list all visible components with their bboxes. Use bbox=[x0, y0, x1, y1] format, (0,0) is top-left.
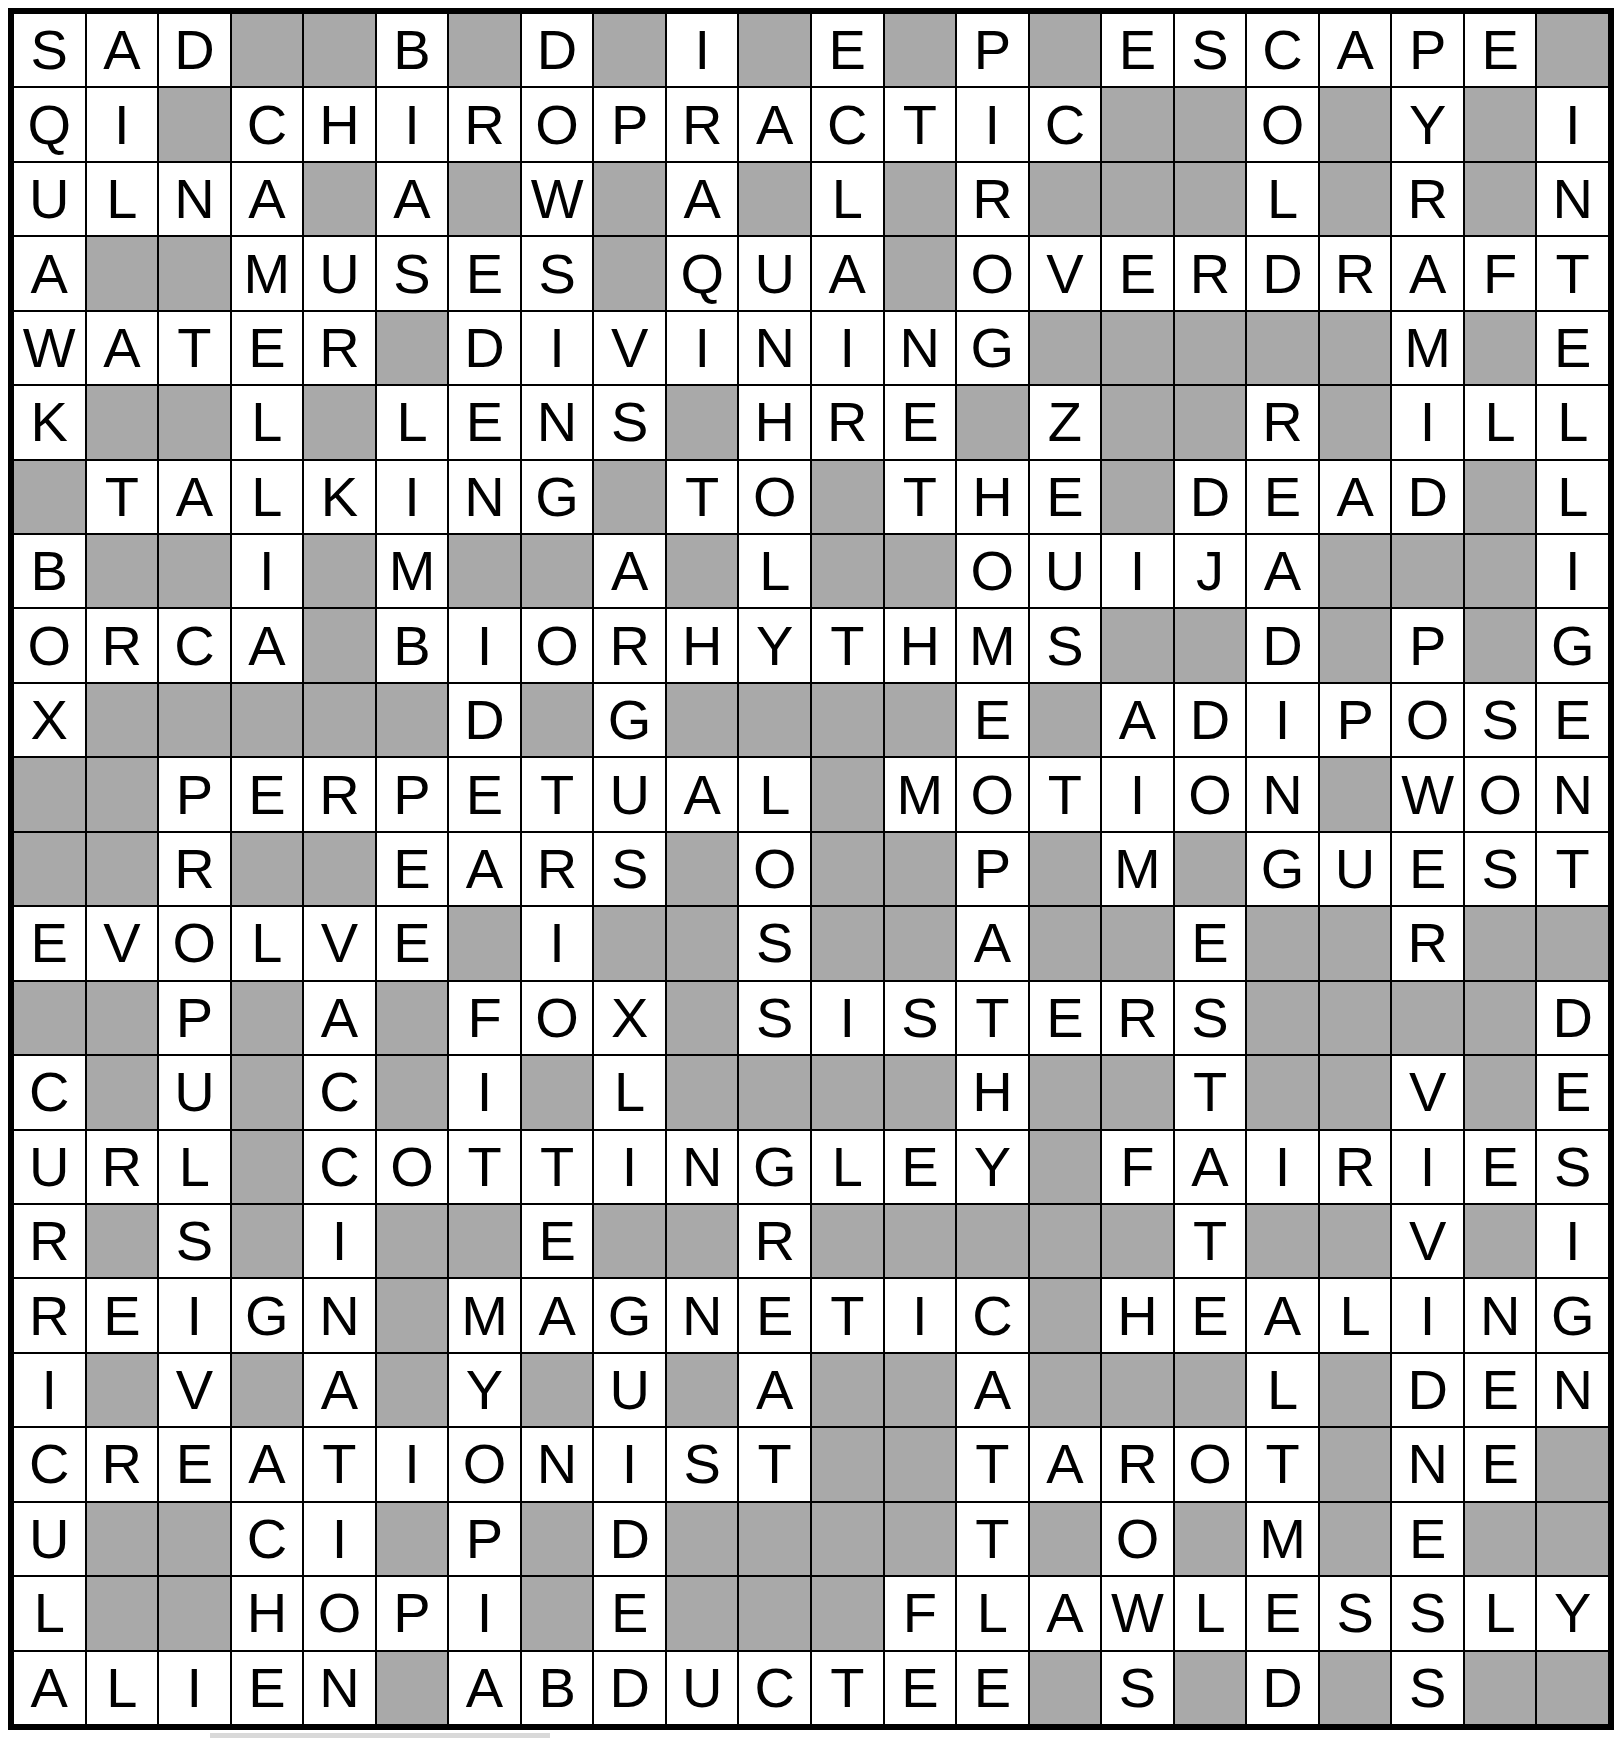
cell-r3c6[interactable]: A bbox=[377, 163, 448, 235]
cell-r13c6[interactable]: E bbox=[377, 907, 448, 979]
cell-r20c8[interactable]: N bbox=[522, 1428, 593, 1500]
cell-r8c14[interactable]: O bbox=[957, 535, 1028, 607]
cell-r6c22[interactable]: L bbox=[1537, 386, 1608, 458]
cell-r22c18[interactable]: E bbox=[1247, 1577, 1318, 1649]
cell-r5c5[interactable]: R bbox=[304, 312, 375, 384]
cell-r20c15[interactable]: A bbox=[1030, 1428, 1101, 1500]
cell-r13c11[interactable]: S bbox=[739, 907, 810, 979]
cell-r3c18[interactable]: L bbox=[1247, 163, 1318, 235]
cell-r23c8[interactable]: B bbox=[522, 1652, 593, 1724]
cell-r22c4[interactable]: H bbox=[232, 1577, 303, 1649]
cell-r1c17[interactable]: S bbox=[1175, 14, 1246, 86]
cell-r16c7[interactable]: T bbox=[449, 1131, 520, 1203]
cell-r4c15[interactable]: V bbox=[1030, 237, 1101, 309]
cell-r12c8[interactable]: R bbox=[522, 833, 593, 905]
cell-r22c22[interactable]: Y bbox=[1537, 1577, 1608, 1649]
cell-r11c16[interactable]: I bbox=[1102, 758, 1173, 830]
cell-r21c18[interactable]: M bbox=[1247, 1503, 1318, 1575]
cell-r2c11[interactable]: A bbox=[739, 88, 810, 160]
cell-r2c8[interactable]: O bbox=[522, 88, 593, 160]
cell-r16c19[interactable]: R bbox=[1320, 1131, 1391, 1203]
cell-r17c8[interactable]: E bbox=[522, 1205, 593, 1277]
cell-r7c18[interactable]: E bbox=[1247, 461, 1318, 533]
cell-r14c17[interactable]: S bbox=[1175, 982, 1246, 1054]
cell-r16c8[interactable]: T bbox=[522, 1131, 593, 1203]
cell-r11c6[interactable]: P bbox=[377, 758, 448, 830]
cell-r15c20[interactable]: V bbox=[1392, 1056, 1463, 1128]
cell-r20c18[interactable]: T bbox=[1247, 1428, 1318, 1500]
cell-r19c21[interactable]: E bbox=[1465, 1354, 1536, 1426]
cell-r20c2[interactable]: R bbox=[87, 1428, 158, 1500]
cell-r16c21[interactable]: E bbox=[1465, 1131, 1536, 1203]
cell-r2c15[interactable]: C bbox=[1030, 88, 1101, 160]
cell-r23c13[interactable]: E bbox=[885, 1652, 956, 1724]
cell-r23c14[interactable]: E bbox=[957, 1652, 1028, 1724]
cell-r11c22[interactable]: N bbox=[1537, 758, 1608, 830]
cell-r2c6[interactable]: I bbox=[377, 88, 448, 160]
cell-r1c2[interactable]: A bbox=[87, 14, 158, 86]
cell-r5c3[interactable]: T bbox=[159, 312, 230, 384]
cell-r8c15[interactable]: U bbox=[1030, 535, 1101, 607]
cell-r10c21[interactable]: S bbox=[1465, 684, 1536, 756]
cell-r16c2[interactable]: R bbox=[87, 1131, 158, 1203]
cell-r16c14[interactable]: Y bbox=[957, 1131, 1028, 1203]
cell-r20c20[interactable]: N bbox=[1392, 1428, 1463, 1500]
cell-r18c7[interactable]: M bbox=[449, 1279, 520, 1351]
cell-r9c4[interactable]: A bbox=[232, 609, 303, 681]
cell-r18c17[interactable]: E bbox=[1175, 1279, 1246, 1351]
cell-r12c6[interactable]: E bbox=[377, 833, 448, 905]
cell-r11c9[interactable]: U bbox=[594, 758, 665, 830]
cell-r10c7[interactable]: D bbox=[449, 684, 520, 756]
cell-r6c13[interactable]: E bbox=[885, 386, 956, 458]
cell-r22c19[interactable]: S bbox=[1320, 1577, 1391, 1649]
cell-r5c10[interactable]: I bbox=[667, 312, 738, 384]
cell-r6c11[interactable]: H bbox=[739, 386, 810, 458]
cell-r22c7[interactable]: I bbox=[449, 1577, 520, 1649]
cell-r5c13[interactable]: N bbox=[885, 312, 956, 384]
cell-r22c1[interactable]: L bbox=[14, 1577, 85, 1649]
cell-r2c14[interactable]: I bbox=[957, 88, 1028, 160]
cell-r15c7[interactable]: I bbox=[449, 1056, 520, 1128]
cell-r4c16[interactable]: E bbox=[1102, 237, 1173, 309]
cell-r22c13[interactable]: F bbox=[885, 1577, 956, 1649]
cell-r11c11[interactable]: L bbox=[739, 758, 810, 830]
cell-r4c18[interactable]: D bbox=[1247, 237, 1318, 309]
cell-r22c21[interactable]: L bbox=[1465, 1577, 1536, 1649]
cell-r19c5[interactable]: A bbox=[304, 1354, 375, 1426]
cell-r20c1[interactable]: C bbox=[14, 1428, 85, 1500]
cell-r14c16[interactable]: R bbox=[1102, 982, 1173, 1054]
cell-r1c18[interactable]: C bbox=[1247, 14, 1318, 86]
cell-r7c13[interactable]: T bbox=[885, 461, 956, 533]
cell-r4c1[interactable]: A bbox=[14, 237, 85, 309]
cell-r2c7[interactable]: R bbox=[449, 88, 520, 160]
cell-r2c13[interactable]: T bbox=[885, 88, 956, 160]
cell-r2c2[interactable]: I bbox=[87, 88, 158, 160]
cell-r3c12[interactable]: L bbox=[812, 163, 883, 235]
cell-r2c9[interactable]: P bbox=[594, 88, 665, 160]
cell-r20c11[interactable]: T bbox=[739, 1428, 810, 1500]
cell-r16c22[interactable]: S bbox=[1537, 1131, 1608, 1203]
cell-r18c18[interactable]: A bbox=[1247, 1279, 1318, 1351]
cell-r9c15[interactable]: S bbox=[1030, 609, 1101, 681]
cell-r6c6[interactable]: L bbox=[377, 386, 448, 458]
cell-r12c16[interactable]: M bbox=[1102, 833, 1173, 905]
cell-r4c21[interactable]: F bbox=[1465, 237, 1536, 309]
cell-r8c22[interactable]: I bbox=[1537, 535, 1608, 607]
cell-r11c14[interactable]: O bbox=[957, 758, 1028, 830]
cell-r22c16[interactable]: W bbox=[1102, 1577, 1173, 1649]
cell-r16c5[interactable]: C bbox=[304, 1131, 375, 1203]
cell-r19c7[interactable]: Y bbox=[449, 1354, 520, 1426]
cell-r4c6[interactable]: S bbox=[377, 237, 448, 309]
cell-r10c19[interactable]: P bbox=[1320, 684, 1391, 756]
cell-r7c5[interactable]: K bbox=[304, 461, 375, 533]
cell-r7c10[interactable]: T bbox=[667, 461, 738, 533]
cell-r21c4[interactable]: C bbox=[232, 1503, 303, 1575]
cell-r20c9[interactable]: I bbox=[594, 1428, 665, 1500]
cell-r5c14[interactable]: G bbox=[957, 312, 1028, 384]
cell-r1c19[interactable]: A bbox=[1320, 14, 1391, 86]
cell-r14c8[interactable]: O bbox=[522, 982, 593, 1054]
cell-r3c4[interactable]: A bbox=[232, 163, 303, 235]
cell-r15c5[interactable]: C bbox=[304, 1056, 375, 1128]
cell-r8c17[interactable]: J bbox=[1175, 535, 1246, 607]
cell-r21c16[interactable]: O bbox=[1102, 1503, 1173, 1575]
cell-r2c20[interactable]: Y bbox=[1392, 88, 1463, 160]
cell-r13c20[interactable]: R bbox=[1392, 907, 1463, 979]
cell-r9c7[interactable]: I bbox=[449, 609, 520, 681]
cell-r9c1[interactable]: O bbox=[14, 609, 85, 681]
cell-r9c18[interactable]: D bbox=[1247, 609, 1318, 681]
cell-r22c15[interactable]: A bbox=[1030, 1577, 1101, 1649]
cell-r10c22[interactable]: E bbox=[1537, 684, 1608, 756]
cell-r1c8[interactable]: D bbox=[522, 14, 593, 86]
cell-r7c15[interactable]: E bbox=[1030, 461, 1101, 533]
cell-r3c3[interactable]: N bbox=[159, 163, 230, 235]
cell-r11c18[interactable]: N bbox=[1247, 758, 1318, 830]
cell-r19c9[interactable]: U bbox=[594, 1354, 665, 1426]
cell-r18c21[interactable]: N bbox=[1465, 1279, 1536, 1351]
cell-r4c8[interactable]: S bbox=[522, 237, 593, 309]
cell-r6c18[interactable]: R bbox=[1247, 386, 1318, 458]
cell-r20c7[interactable]: O bbox=[449, 1428, 520, 1500]
cell-r17c20[interactable]: V bbox=[1392, 1205, 1463, 1277]
cell-r7c11[interactable]: O bbox=[739, 461, 810, 533]
cell-r7c20[interactable]: D bbox=[1392, 461, 1463, 533]
cell-r1c14[interactable]: P bbox=[957, 14, 1028, 86]
cell-r16c16[interactable]: F bbox=[1102, 1131, 1173, 1203]
cell-r19c1[interactable]: I bbox=[14, 1354, 85, 1426]
cell-r4c12[interactable]: A bbox=[812, 237, 883, 309]
cell-r15c9[interactable]: L bbox=[594, 1056, 665, 1128]
cell-r10c9[interactable]: G bbox=[594, 684, 665, 756]
cell-r4c10[interactable]: Q bbox=[667, 237, 738, 309]
cell-r2c4[interactable]: C bbox=[232, 88, 303, 160]
cell-r9c13[interactable]: H bbox=[885, 609, 956, 681]
cell-r8c16[interactable]: I bbox=[1102, 535, 1173, 607]
cell-r12c14[interactable]: P bbox=[957, 833, 1028, 905]
cell-r6c15[interactable]: Z bbox=[1030, 386, 1101, 458]
cell-r14c13[interactable]: S bbox=[885, 982, 956, 1054]
cell-r1c6[interactable]: B bbox=[377, 14, 448, 86]
cell-r3c14[interactable]: R bbox=[957, 163, 1028, 235]
cell-r13c8[interactable]: I bbox=[522, 907, 593, 979]
cell-r13c2[interactable]: V bbox=[87, 907, 158, 979]
cell-r11c13[interactable]: M bbox=[885, 758, 956, 830]
cell-r23c20[interactable]: S bbox=[1392, 1652, 1463, 1724]
cell-r8c1[interactable]: B bbox=[14, 535, 85, 607]
cell-r17c1[interactable]: R bbox=[14, 1205, 85, 1277]
cell-r19c11[interactable]: A bbox=[739, 1354, 810, 1426]
cell-r3c10[interactable]: A bbox=[667, 163, 738, 235]
cell-r15c3[interactable]: U bbox=[159, 1056, 230, 1128]
cell-r16c18[interactable]: I bbox=[1247, 1131, 1318, 1203]
cell-r1c12[interactable]: E bbox=[812, 14, 883, 86]
cell-r5c4[interactable]: E bbox=[232, 312, 303, 384]
cell-r10c20[interactable]: O bbox=[1392, 684, 1463, 756]
cell-r17c5[interactable]: I bbox=[304, 1205, 375, 1277]
cell-r20c3[interactable]: E bbox=[159, 1428, 230, 1500]
cell-r16c6[interactable]: O bbox=[377, 1131, 448, 1203]
cell-r18c16[interactable]: H bbox=[1102, 1279, 1173, 1351]
cell-r13c3[interactable]: O bbox=[159, 907, 230, 979]
cell-r8c6[interactable]: M bbox=[377, 535, 448, 607]
cell-r13c17[interactable]: E bbox=[1175, 907, 1246, 979]
cell-r16c9[interactable]: I bbox=[594, 1131, 665, 1203]
cell-r7c14[interactable]: H bbox=[957, 461, 1028, 533]
cell-r17c11[interactable]: R bbox=[739, 1205, 810, 1277]
cell-r15c22[interactable]: E bbox=[1537, 1056, 1608, 1128]
cell-r5c20[interactable]: M bbox=[1392, 312, 1463, 384]
cell-r11c4[interactable]: E bbox=[232, 758, 303, 830]
cell-r10c14[interactable]: E bbox=[957, 684, 1028, 756]
cell-r1c1[interactable]: S bbox=[14, 14, 85, 86]
cell-r20c14[interactable]: T bbox=[957, 1428, 1028, 1500]
cell-r18c2[interactable]: E bbox=[87, 1279, 158, 1351]
cell-r9c22[interactable]: G bbox=[1537, 609, 1608, 681]
cell-r2c22[interactable]: I bbox=[1537, 88, 1608, 160]
cell-r20c4[interactable]: A bbox=[232, 1428, 303, 1500]
cell-r14c22[interactable]: D bbox=[1537, 982, 1608, 1054]
cell-r22c17[interactable]: L bbox=[1175, 1577, 1246, 1649]
cell-r11c21[interactable]: O bbox=[1465, 758, 1536, 830]
cell-r18c4[interactable]: G bbox=[232, 1279, 303, 1351]
cell-r18c10[interactable]: N bbox=[667, 1279, 738, 1351]
cell-r8c4[interactable]: I bbox=[232, 535, 303, 607]
cell-r18c14[interactable]: C bbox=[957, 1279, 1028, 1351]
cell-r21c1[interactable]: U bbox=[14, 1503, 85, 1575]
cell-r9c12[interactable]: T bbox=[812, 609, 883, 681]
cell-r14c15[interactable]: E bbox=[1030, 982, 1101, 1054]
cell-r7c3[interactable]: A bbox=[159, 461, 230, 533]
cell-r11c15[interactable]: T bbox=[1030, 758, 1101, 830]
cell-r16c12[interactable]: L bbox=[812, 1131, 883, 1203]
cell-r11c20[interactable]: W bbox=[1392, 758, 1463, 830]
cell-r14c11[interactable]: S bbox=[739, 982, 810, 1054]
cell-r7c19[interactable]: A bbox=[1320, 461, 1391, 533]
cell-r3c8[interactable]: W bbox=[522, 163, 593, 235]
cell-r1c10[interactable]: I bbox=[667, 14, 738, 86]
cell-r23c11[interactable]: C bbox=[739, 1652, 810, 1724]
cell-r14c5[interactable]: A bbox=[304, 982, 375, 1054]
cell-r3c2[interactable]: L bbox=[87, 163, 158, 235]
cell-r12c20[interactable]: E bbox=[1392, 833, 1463, 905]
cell-r12c22[interactable]: T bbox=[1537, 833, 1608, 905]
cell-r22c6[interactable]: P bbox=[377, 1577, 448, 1649]
cell-r4c7[interactable]: E bbox=[449, 237, 520, 309]
cell-r23c2[interactable]: L bbox=[87, 1652, 158, 1724]
cell-r21c5[interactable]: I bbox=[304, 1503, 375, 1575]
cell-r22c5[interactable]: O bbox=[304, 1577, 375, 1649]
cell-r14c3[interactable]: P bbox=[159, 982, 230, 1054]
cell-r18c20[interactable]: I bbox=[1392, 1279, 1463, 1351]
cell-r5c1[interactable]: W bbox=[14, 312, 85, 384]
cell-r16c1[interactable]: U bbox=[14, 1131, 85, 1203]
cell-r5c7[interactable]: D bbox=[449, 312, 520, 384]
cell-r2c10[interactable]: R bbox=[667, 88, 738, 160]
cell-r16c13[interactable]: E bbox=[885, 1131, 956, 1203]
cell-r16c20[interactable]: I bbox=[1392, 1131, 1463, 1203]
cell-r5c2[interactable]: A bbox=[87, 312, 158, 384]
cell-r23c18[interactable]: D bbox=[1247, 1652, 1318, 1724]
cell-r18c13[interactable]: I bbox=[885, 1279, 956, 1351]
cell-r14c9[interactable]: X bbox=[594, 982, 665, 1054]
cell-r8c18[interactable]: A bbox=[1247, 535, 1318, 607]
cell-r18c22[interactable]: G bbox=[1537, 1279, 1608, 1351]
cell-r18c9[interactable]: G bbox=[594, 1279, 665, 1351]
cell-r7c8[interactable]: G bbox=[522, 461, 593, 533]
cell-r15c17[interactable]: T bbox=[1175, 1056, 1246, 1128]
cell-r5c22[interactable]: E bbox=[1537, 312, 1608, 384]
cell-r2c18[interactable]: O bbox=[1247, 88, 1318, 160]
cell-r19c20[interactable]: D bbox=[1392, 1354, 1463, 1426]
cell-r2c12[interactable]: C bbox=[812, 88, 883, 160]
cell-r10c17[interactable]: D bbox=[1175, 684, 1246, 756]
cell-r2c1[interactable]: Q bbox=[14, 88, 85, 160]
cell-r6c20[interactable]: I bbox=[1392, 386, 1463, 458]
cell-r20c21[interactable]: E bbox=[1465, 1428, 1536, 1500]
cell-r9c14[interactable]: M bbox=[957, 609, 1028, 681]
cell-r7c6[interactable]: I bbox=[377, 461, 448, 533]
cell-r4c20[interactable]: A bbox=[1392, 237, 1463, 309]
cell-r7c4[interactable]: L bbox=[232, 461, 303, 533]
cell-r21c20[interactable]: E bbox=[1392, 1503, 1463, 1575]
cell-r16c17[interactable]: A bbox=[1175, 1131, 1246, 1203]
cell-r23c5[interactable]: N bbox=[304, 1652, 375, 1724]
cell-r17c22[interactable]: I bbox=[1537, 1205, 1608, 1277]
cell-r12c18[interactable]: G bbox=[1247, 833, 1318, 905]
cell-r18c19[interactable]: L bbox=[1320, 1279, 1391, 1351]
cell-r16c10[interactable]: N bbox=[667, 1131, 738, 1203]
cell-r18c1[interactable]: R bbox=[14, 1279, 85, 1351]
cell-r9c20[interactable]: P bbox=[1392, 609, 1463, 681]
cell-r4c4[interactable]: M bbox=[232, 237, 303, 309]
cell-r14c12[interactable]: I bbox=[812, 982, 883, 1054]
cell-r23c1[interactable]: A bbox=[14, 1652, 85, 1724]
cell-r18c11[interactable]: E bbox=[739, 1279, 810, 1351]
cell-r9c2[interactable]: R bbox=[87, 609, 158, 681]
cell-r11c17[interactable]: O bbox=[1175, 758, 1246, 830]
cell-r7c22[interactable]: L bbox=[1537, 461, 1608, 533]
cell-r15c1[interactable]: C bbox=[14, 1056, 85, 1128]
cell-r8c11[interactable]: L bbox=[739, 535, 810, 607]
cell-r19c22[interactable]: N bbox=[1537, 1354, 1608, 1426]
cell-r21c7[interactable]: P bbox=[449, 1503, 520, 1575]
cell-r6c7[interactable]: E bbox=[449, 386, 520, 458]
cell-r8c9[interactable]: A bbox=[594, 535, 665, 607]
cell-r3c20[interactable]: R bbox=[1392, 163, 1463, 235]
cell-r11c5[interactable]: R bbox=[304, 758, 375, 830]
cell-r3c22[interactable]: N bbox=[1537, 163, 1608, 235]
cell-r20c6[interactable]: I bbox=[377, 1428, 448, 1500]
cell-r13c5[interactable]: V bbox=[304, 907, 375, 979]
cell-r17c17[interactable]: T bbox=[1175, 1205, 1246, 1277]
cell-r16c11[interactable]: G bbox=[739, 1131, 810, 1203]
cell-r20c16[interactable]: R bbox=[1102, 1428, 1173, 1500]
cell-r18c8[interactable]: A bbox=[522, 1279, 593, 1351]
cell-r7c7[interactable]: N bbox=[449, 461, 520, 533]
cell-r12c3[interactable]: R bbox=[159, 833, 230, 905]
cell-r3c1[interactable]: U bbox=[14, 163, 85, 235]
cell-r11c8[interactable]: T bbox=[522, 758, 593, 830]
cell-r6c9[interactable]: S bbox=[594, 386, 665, 458]
cell-r15c14[interactable]: H bbox=[957, 1056, 1028, 1128]
cell-r5c12[interactable]: I bbox=[812, 312, 883, 384]
cell-r12c21[interactable]: S bbox=[1465, 833, 1536, 905]
cell-r21c9[interactable]: D bbox=[594, 1503, 665, 1575]
cell-r9c11[interactable]: Y bbox=[739, 609, 810, 681]
cell-r9c8[interactable]: O bbox=[522, 609, 593, 681]
cell-r4c22[interactable]: T bbox=[1537, 237, 1608, 309]
cell-r22c14[interactable]: L bbox=[957, 1577, 1028, 1649]
cell-r13c4[interactable]: L bbox=[232, 907, 303, 979]
cell-r5c11[interactable]: N bbox=[739, 312, 810, 384]
cell-r5c8[interactable]: I bbox=[522, 312, 593, 384]
cell-r7c2[interactable]: T bbox=[87, 461, 158, 533]
cell-r19c14[interactable]: A bbox=[957, 1354, 1028, 1426]
cell-r23c9[interactable]: D bbox=[594, 1652, 665, 1724]
cell-r20c17[interactable]: O bbox=[1175, 1428, 1246, 1500]
cell-r20c5[interactable]: T bbox=[304, 1428, 375, 1500]
cell-r13c14[interactable]: A bbox=[957, 907, 1028, 979]
cell-r10c18[interactable]: I bbox=[1247, 684, 1318, 756]
cell-r22c20[interactable]: S bbox=[1392, 1577, 1463, 1649]
cell-r23c7[interactable]: A bbox=[449, 1652, 520, 1724]
cell-r1c16[interactable]: E bbox=[1102, 14, 1173, 86]
cell-r11c7[interactable]: E bbox=[449, 758, 520, 830]
cell-r1c3[interactable]: D bbox=[159, 14, 230, 86]
cell-r9c10[interactable]: H bbox=[667, 609, 738, 681]
cell-r6c12[interactable]: R bbox=[812, 386, 883, 458]
cell-r4c11[interactable]: U bbox=[739, 237, 810, 309]
cell-r19c18[interactable]: L bbox=[1247, 1354, 1318, 1426]
cell-r10c1[interactable]: X bbox=[14, 684, 85, 756]
cell-r17c3[interactable]: S bbox=[159, 1205, 230, 1277]
cell-r4c17[interactable]: R bbox=[1175, 237, 1246, 309]
cell-r2c5[interactable]: H bbox=[304, 88, 375, 160]
cell-r12c9[interactable]: S bbox=[594, 833, 665, 905]
cell-r13c1[interactable]: E bbox=[14, 907, 85, 979]
cell-r12c11[interactable]: O bbox=[739, 833, 810, 905]
cell-r10c16[interactable]: A bbox=[1102, 684, 1173, 756]
cell-r6c4[interactable]: L bbox=[232, 386, 303, 458]
cell-r9c6[interactable]: B bbox=[377, 609, 448, 681]
cell-r18c3[interactable]: I bbox=[159, 1279, 230, 1351]
cell-r6c8[interactable]: N bbox=[522, 386, 593, 458]
cell-r21c14[interactable]: T bbox=[957, 1503, 1028, 1575]
